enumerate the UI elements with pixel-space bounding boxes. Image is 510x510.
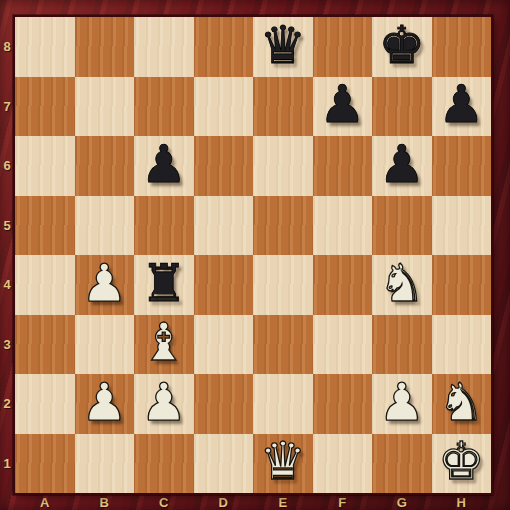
square-c1[interactable]	[134, 434, 194, 494]
file-label-f: F	[313, 494, 373, 510]
rank-label-3: 3	[0, 315, 14, 375]
file-label-g: G	[372, 494, 432, 510]
square-e6[interactable]	[253, 136, 313, 196]
rank-label-7: 7	[0, 77, 14, 137]
square-f4[interactable]	[313, 255, 373, 315]
square-f5[interactable]	[313, 196, 373, 256]
file-labels: ABCDEFGH	[15, 494, 491, 510]
file-label-h: H	[432, 494, 492, 510]
rank-label-2: 2	[0, 374, 14, 434]
file-label-e: E	[253, 494, 313, 510]
file-label-d: D	[194, 494, 254, 510]
file-label-b: B	[75, 494, 135, 510]
piece-black-king[interactable]: ♚	[378, 19, 425, 71]
square-f1[interactable]	[313, 434, 373, 494]
file-label-c: C	[134, 494, 194, 510]
square-a1[interactable]	[15, 434, 75, 494]
piece-white-queen[interactable]: ♛	[259, 435, 306, 487]
square-e1[interactable]: ♛	[253, 434, 313, 494]
square-a8[interactable]	[15, 17, 75, 77]
piece-white-pawn[interactable]: ♟	[81, 376, 128, 428]
square-d8[interactable]	[194, 17, 254, 77]
square-d6[interactable]	[194, 136, 254, 196]
square-g5[interactable]	[372, 196, 432, 256]
square-b4[interactable]: ♟	[75, 255, 135, 315]
square-g3[interactable]	[372, 315, 432, 375]
square-h5[interactable]	[432, 196, 492, 256]
square-b2[interactable]: ♟	[75, 374, 135, 434]
square-c3[interactable]: ♝	[134, 315, 194, 375]
square-b3[interactable]	[75, 315, 135, 375]
square-c6[interactable]: ♟	[134, 136, 194, 196]
square-d3[interactable]	[194, 315, 254, 375]
square-f2[interactable]	[313, 374, 373, 434]
square-g1[interactable]	[372, 434, 432, 494]
square-d2[interactable]	[194, 374, 254, 434]
rank-label-4: 4	[0, 255, 14, 315]
square-h2[interactable]: ♞	[432, 374, 492, 434]
square-c8[interactable]	[134, 17, 194, 77]
square-e8[interactable]: ♛	[253, 17, 313, 77]
square-d5[interactable]	[194, 196, 254, 256]
rank-labels: 87654321	[0, 17, 14, 493]
square-f8[interactable]	[313, 17, 373, 77]
square-g2[interactable]: ♟	[372, 374, 432, 434]
square-b8[interactable]	[75, 17, 135, 77]
square-b6[interactable]	[75, 136, 135, 196]
square-e2[interactable]	[253, 374, 313, 434]
square-h8[interactable]	[432, 17, 492, 77]
square-e4[interactable]	[253, 255, 313, 315]
piece-black-rook[interactable]: ♜	[140, 257, 187, 309]
square-a2[interactable]	[15, 374, 75, 434]
piece-white-bishop[interactable]: ♝	[140, 316, 187, 368]
piece-black-pawn[interactable]: ♟	[438, 78, 485, 130]
square-b1[interactable]	[75, 434, 135, 494]
square-f6[interactable]	[313, 136, 373, 196]
board-frame: 87654321 ABCDEFGH ♛♚♟♟♟♟♟♜♞♝♟♟♟♞♛♚	[0, 0, 510, 510]
piece-black-queen[interactable]: ♛	[259, 19, 306, 71]
piece-white-pawn[interactable]: ♟	[81, 257, 128, 309]
square-h4[interactable]	[432, 255, 492, 315]
square-a4[interactable]	[15, 255, 75, 315]
piece-white-knight[interactable]: ♞	[378, 257, 425, 309]
square-g7[interactable]	[372, 77, 432, 137]
square-a5[interactable]	[15, 196, 75, 256]
square-g4[interactable]: ♞	[372, 255, 432, 315]
square-a3[interactable]	[15, 315, 75, 375]
square-g6[interactable]: ♟	[372, 136, 432, 196]
square-g8[interactable]: ♚	[372, 17, 432, 77]
file-label-a: A	[15, 494, 75, 510]
piece-white-pawn[interactable]: ♟	[140, 376, 187, 428]
piece-black-pawn[interactable]: ♟	[378, 138, 425, 190]
square-e3[interactable]	[253, 315, 313, 375]
square-e5[interactable]	[253, 196, 313, 256]
square-h7[interactable]: ♟	[432, 77, 492, 137]
rank-label-8: 8	[0, 17, 14, 77]
square-e7[interactable]	[253, 77, 313, 137]
piece-black-pawn[interactable]: ♟	[140, 138, 187, 190]
square-d7[interactable]	[194, 77, 254, 137]
chess-board: ♛♚♟♟♟♟♟♜♞♝♟♟♟♞♛♚	[13, 15, 493, 495]
square-h1[interactable]: ♚	[432, 434, 492, 494]
piece-white-king[interactable]: ♚	[438, 435, 485, 487]
square-h6[interactable]	[432, 136, 492, 196]
square-c2[interactable]: ♟	[134, 374, 194, 434]
square-c7[interactable]	[134, 77, 194, 137]
square-d4[interactable]	[194, 255, 254, 315]
piece-white-knight[interactable]: ♞	[438, 376, 485, 428]
square-d1[interactable]	[194, 434, 254, 494]
piece-white-pawn[interactable]: ♟	[378, 376, 425, 428]
square-a7[interactable]	[15, 77, 75, 137]
square-f3[interactable]	[313, 315, 373, 375]
rank-label-5: 5	[0, 196, 14, 256]
square-c5[interactable]	[134, 196, 194, 256]
square-b7[interactable]	[75, 77, 135, 137]
rank-label-1: 1	[0, 434, 14, 494]
square-a6[interactable]	[15, 136, 75, 196]
square-f7[interactable]: ♟	[313, 77, 373, 137]
rank-label-6: 6	[0, 136, 14, 196]
square-b5[interactable]	[75, 196, 135, 256]
piece-black-pawn[interactable]: ♟	[319, 78, 366, 130]
square-h3[interactable]	[432, 315, 492, 375]
square-c4[interactable]: ♜	[134, 255, 194, 315]
